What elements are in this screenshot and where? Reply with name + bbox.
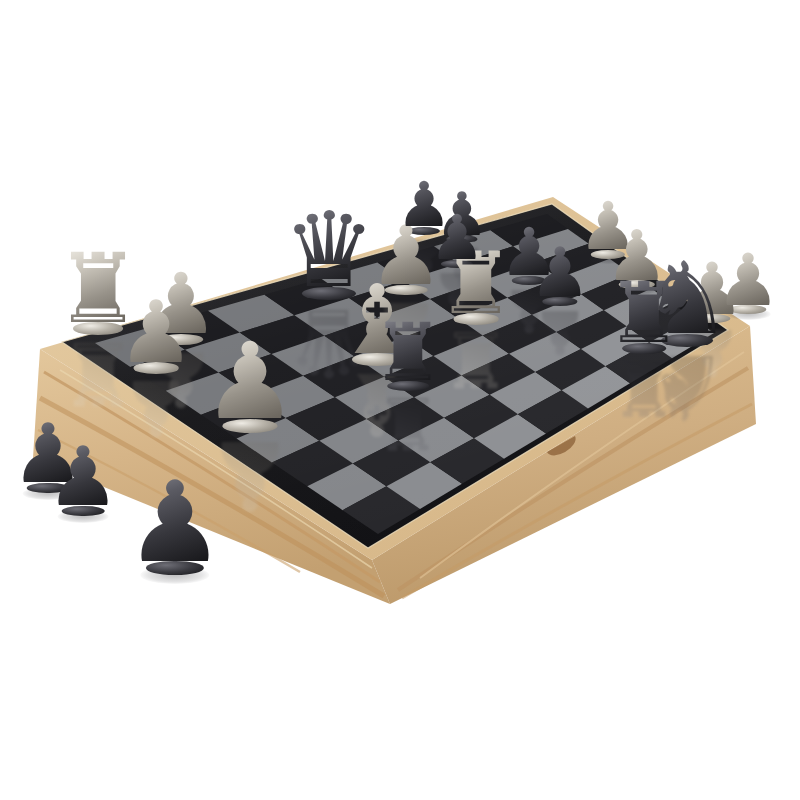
piece-titanium-pawn-f7[interactable]: ♟ [429,207,485,269]
piece-nickel-pawn-a5[interactable]: ♟ [202,329,297,435]
piece-titanium-rook-d4[interactable]: ♜ [372,313,444,393]
piece-titanium-queen-d8[interactable]: ♛ [282,198,375,302]
piece-nickel-pawn-off-2[interactable]: ♟ [606,221,669,291]
piece-titanium-pawn-off-3[interactable]: ♟ [125,466,225,578]
piece-titanium-pawn-off-2[interactable]: ♟ [46,436,120,518]
piece-nickel-pawn-a7[interactable]: ♟ [117,289,194,375]
chess-set-product-photo: ♜♜♟♟♟♟♟♟♟♟♝♝♜♜♟♟♛♛♟♟♟♟♟♟♟♟♟♟♜♜♜♜♞♞♟♟♟♟♟♟ [0,0,800,800]
piece-nickel-pawn-off-3[interactable]: ♟ [716,244,781,316]
